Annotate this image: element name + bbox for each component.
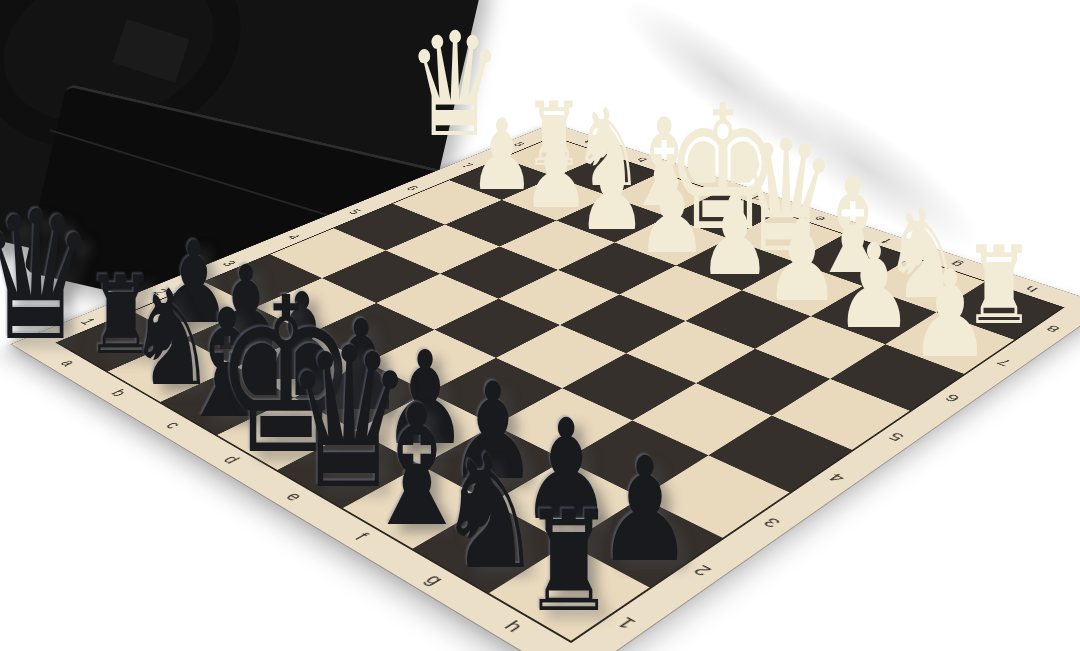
spare-black-queen[interactable]: ♛ (0, 188, 96, 366)
white-pawn-d7[interactable]: ♟ (636, 162, 708, 269)
white-pawn-g7[interactable]: ♟ (834, 229, 912, 346)
white-pawn-e7[interactable]: ♟ (698, 183, 772, 293)
white-pawn-h7[interactable]: ♟ (909, 254, 990, 374)
white-pawn-f7[interactable]: ♟ (764, 205, 840, 318)
black-rook-h1[interactable]: ♜ (523, 493, 616, 632)
product-photo-stage: abcdefgh8877665544332211abcdefgh ♜♞♝♚♛♝♞… (0, 0, 1080, 651)
